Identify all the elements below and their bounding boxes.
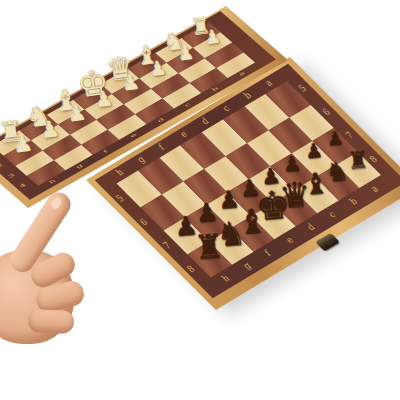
chess-set-photo: hhggffeeddccbbaa55667788 hgfedcba1234 ♜♟… xyxy=(0,0,400,400)
piece-white-pawn-h2[interactable]: ♟ xyxy=(12,132,35,157)
piece-white-pawn-g2[interactable]: ♟ xyxy=(39,118,61,142)
piece-black-pawn-b7[interactable]: ♟ xyxy=(304,141,323,162)
piece-black-rook-a8[interactable]: ♜ xyxy=(347,148,370,174)
piece-black-rook-h8[interactable]: ♜ xyxy=(193,229,225,264)
piece-black-pawn-c7[interactable]: ♟ xyxy=(282,153,302,175)
piece-black-pawn-a7[interactable]: ♟ xyxy=(326,129,344,149)
piece-white-pawn-e2[interactable]: ♟ xyxy=(94,88,115,110)
piece-white-pawn-f2[interactable]: ♟ xyxy=(66,103,87,126)
metal-latch-icon xyxy=(315,233,340,252)
curled-finger xyxy=(28,309,75,334)
piece-white-pawn-b2[interactable]: ♟ xyxy=(176,43,195,63)
piece-white-pawn-c2[interactable]: ♟ xyxy=(149,58,168,79)
fingernail xyxy=(49,196,63,211)
piece-white-pawn-a2[interactable]: ♟ xyxy=(204,28,222,48)
piece-white-pawn-d2[interactable]: ♟ xyxy=(121,73,141,95)
